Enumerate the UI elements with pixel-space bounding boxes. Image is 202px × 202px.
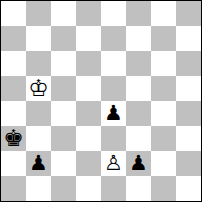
square-d5[interactable] (76, 76, 101, 101)
square-c6[interactable] (51, 51, 76, 76)
square-b6[interactable] (26, 51, 51, 76)
square-c4[interactable] (51, 101, 76, 126)
square-c3[interactable] (51, 126, 76, 151)
square-g1[interactable] (151, 176, 176, 201)
square-e5[interactable] (101, 76, 126, 101)
square-f1[interactable] (126, 176, 151, 201)
square-e6[interactable] (101, 51, 126, 76)
square-a1[interactable] (1, 176, 26, 201)
square-b1[interactable] (26, 176, 51, 201)
square-b2[interactable]: ♟ (26, 151, 51, 176)
black-king-piece: ♚ (3, 127, 24, 150)
square-d4[interactable] (76, 101, 101, 126)
square-f5[interactable] (126, 76, 151, 101)
black-pawn-piece: ♟ (129, 153, 148, 174)
square-e3[interactable] (101, 126, 126, 151)
square-h2[interactable] (176, 151, 201, 176)
chess-board: ♔♟♚♟♙♟ (0, 0, 202, 202)
square-f2[interactable]: ♟ (126, 151, 151, 176)
square-a2[interactable] (1, 151, 26, 176)
white-king-piece: ♔ (28, 77, 49, 100)
square-h7[interactable] (176, 26, 201, 51)
square-f3[interactable] (126, 126, 151, 151)
square-d6[interactable] (76, 51, 101, 76)
black-pawn-piece: ♟ (29, 153, 48, 174)
square-c5[interactable] (51, 76, 76, 101)
square-g3[interactable] (151, 126, 176, 151)
square-b4[interactable] (26, 101, 51, 126)
square-g5[interactable] (151, 76, 176, 101)
square-g7[interactable] (151, 26, 176, 51)
square-d1[interactable] (76, 176, 101, 201)
square-h3[interactable] (176, 126, 201, 151)
square-b5[interactable]: ♔ (26, 76, 51, 101)
square-a7[interactable] (1, 26, 26, 51)
square-b3[interactable] (26, 126, 51, 151)
square-e8[interactable] (101, 1, 126, 26)
square-h8[interactable] (176, 1, 201, 26)
square-e1[interactable] (101, 176, 126, 201)
square-c1[interactable] (51, 176, 76, 201)
white-pawn-piece: ♙ (104, 153, 123, 174)
square-f8[interactable] (126, 1, 151, 26)
chess-diagram: ♔♟♚♟♙♟ (0, 0, 202, 202)
square-d8[interactable] (76, 1, 101, 26)
square-a6[interactable] (1, 51, 26, 76)
square-g2[interactable] (151, 151, 176, 176)
square-b7[interactable] (26, 26, 51, 51)
square-e4[interactable]: ♟ (101, 101, 126, 126)
square-d2[interactable] (76, 151, 101, 176)
square-f6[interactable] (126, 51, 151, 76)
square-c7[interactable] (51, 26, 76, 51)
square-d3[interactable] (76, 126, 101, 151)
square-c2[interactable] (51, 151, 76, 176)
square-a5[interactable] (1, 76, 26, 101)
square-h1[interactable] (176, 176, 201, 201)
square-d7[interactable] (76, 26, 101, 51)
square-a4[interactable] (1, 101, 26, 126)
square-g4[interactable] (151, 101, 176, 126)
square-c8[interactable] (51, 1, 76, 26)
square-f7[interactable] (126, 26, 151, 51)
black-pawn-piece: ♟ (104, 103, 123, 124)
square-e7[interactable] (101, 26, 126, 51)
square-g6[interactable] (151, 51, 176, 76)
square-h4[interactable] (176, 101, 201, 126)
square-g8[interactable] (151, 1, 176, 26)
square-h6[interactable] (176, 51, 201, 76)
square-b8[interactable] (26, 1, 51, 26)
square-e2[interactable]: ♙ (101, 151, 126, 176)
square-h5[interactable] (176, 76, 201, 101)
square-f4[interactable] (126, 101, 151, 126)
square-a3[interactable]: ♚ (1, 126, 26, 151)
square-a8[interactable] (1, 1, 26, 26)
